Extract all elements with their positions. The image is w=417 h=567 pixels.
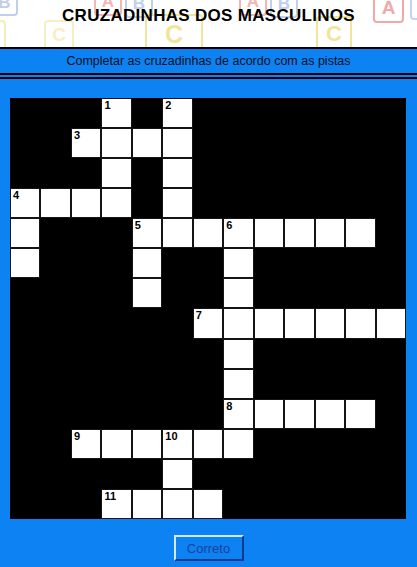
blocked-cell (254, 459, 284, 489)
blocked-cell (71, 248, 101, 278)
blocked-cell (40, 339, 70, 369)
clue-number: 9 (74, 430, 80, 443)
blocked-cell (345, 128, 375, 158)
blocked-cell (193, 339, 223, 369)
blocked-cell (284, 98, 314, 128)
blocked-cell (376, 248, 406, 278)
clue-number: 5 (135, 219, 141, 232)
blocked-cell (284, 369, 314, 399)
correto-button[interactable]: Correto (174, 535, 244, 561)
blocked-cell (315, 369, 345, 399)
blocked-cell (10, 429, 40, 459)
blocked-cell (132, 459, 162, 489)
blocked-cell (315, 98, 345, 128)
clue-number: 7 (196, 309, 202, 322)
blocked-cell (315, 429, 345, 459)
blocked-cell (40, 308, 70, 338)
blocked-cell (40, 158, 70, 188)
blocked-cell (284, 248, 314, 278)
blocked-cell (254, 128, 284, 158)
blocked-cell (254, 339, 284, 369)
crossword-cell[interactable] (193, 429, 223, 459)
blocked-cell (376, 459, 406, 489)
crossword-cell[interactable]: 10 (162, 429, 192, 459)
crossword-cell[interactable] (254, 218, 284, 248)
blocked-cell (71, 399, 101, 429)
blocked-cell (376, 218, 406, 248)
blocked-cell (101, 278, 131, 308)
crossword-cell[interactable] (376, 308, 406, 338)
crossword-cell[interactable] (315, 308, 345, 338)
blocked-cell (71, 98, 101, 128)
crossword-cell[interactable] (71, 188, 101, 218)
crossword-cell[interactable] (223, 369, 253, 399)
blocked-cell (284, 339, 314, 369)
page-title: CRUZADINHAS DOS MASCULINOS (0, 0, 417, 26)
blocked-cell (101, 218, 131, 248)
blocked-cell (71, 339, 101, 369)
blocked-cell (162, 308, 192, 338)
blocked-cell (40, 218, 70, 248)
clue-number: 11 (104, 490, 116, 503)
crossword-cell[interactable] (223, 308, 253, 338)
blocked-cell (315, 248, 345, 278)
crossword-cell[interactable] (254, 399, 284, 429)
crossword-cell[interactable] (162, 128, 192, 158)
blocked-cell (345, 429, 375, 459)
blocked-cell (40, 369, 70, 399)
crossword-cell[interactable] (101, 429, 131, 459)
blocked-cell (254, 429, 284, 459)
crossword-cell[interactable]: 4 (10, 188, 40, 218)
crossword-cell[interactable]: 3 (71, 128, 101, 158)
crossword-cell[interactable] (162, 489, 192, 519)
blocked-cell (132, 98, 162, 128)
blocked-cell (71, 308, 101, 338)
header: BCABCCABCAB CRUZADINHAS DOS MASCULINOS (0, 0, 417, 47)
clue-number: 4 (13, 189, 19, 202)
crossword-cell[interactable] (345, 308, 375, 338)
blocked-cell (376, 369, 406, 399)
blocked-cell (284, 429, 314, 459)
blocked-cell (254, 489, 284, 519)
crossword-cell[interactable] (132, 278, 162, 308)
crossword-cell[interactable] (101, 188, 131, 218)
crossword-cell[interactable] (101, 128, 131, 158)
blocked-cell (162, 369, 192, 399)
page: { "title": "CRUZADINHAS DOS MASCULINOS",… (0, 0, 417, 567)
blocked-cell (101, 248, 131, 278)
blocked-cell (284, 128, 314, 158)
blocked-cell (40, 278, 70, 308)
blocked-cell (376, 399, 406, 429)
blocked-cell (193, 399, 223, 429)
blocked-cell (193, 98, 223, 128)
blocked-cell (345, 188, 375, 218)
blocked-cell (345, 98, 375, 128)
crossword-cell[interactable]: 6 (223, 218, 253, 248)
blocked-cell (315, 278, 345, 308)
clue-number: 6 (226, 219, 232, 232)
crossword-cell[interactable]: 11 (101, 489, 131, 519)
blocked-cell (376, 128, 406, 158)
blocked-cell (132, 339, 162, 369)
crossword-cell[interactable] (40, 188, 70, 218)
blocked-cell (193, 158, 223, 188)
blocked-cell (345, 158, 375, 188)
blocked-cell (162, 278, 192, 308)
blocked-cell (223, 158, 253, 188)
blocked-cell (284, 459, 314, 489)
crossword-cell[interactable] (284, 399, 314, 429)
crossword-cell[interactable] (193, 218, 223, 248)
instruction-text: Completar as cruzadinhas de acordo com a… (66, 54, 350, 68)
blocked-cell (376, 188, 406, 218)
blocked-cell (254, 369, 284, 399)
blocked-cell (132, 188, 162, 218)
blocked-cell (162, 248, 192, 278)
blocked-cell (40, 429, 70, 459)
crossword-cell[interactable] (162, 188, 192, 218)
crossword-cell[interactable] (223, 339, 253, 369)
blocked-cell (10, 158, 40, 188)
crossword-cell[interactable] (162, 158, 192, 188)
divider-bottom-1 (0, 73, 417, 75)
blocked-cell (132, 369, 162, 399)
blocked-cell (315, 128, 345, 158)
blocked-cell (193, 188, 223, 218)
crossword-cell[interactable] (315, 218, 345, 248)
crossword-cell[interactable] (284, 218, 314, 248)
blocked-cell (376, 339, 406, 369)
blocked-cell (132, 158, 162, 188)
blocked-cell (193, 248, 223, 278)
blocked-cell (132, 399, 162, 429)
crossword-cell[interactable] (101, 158, 131, 188)
blocked-cell (71, 489, 101, 519)
blocked-cell (132, 308, 162, 338)
blocked-cell (10, 128, 40, 158)
blocked-cell (162, 339, 192, 369)
blocked-cell (284, 188, 314, 218)
blocked-cell (40, 489, 70, 519)
blocked-cell (223, 489, 253, 519)
blocked-cell (101, 459, 131, 489)
blocked-cell (101, 308, 131, 338)
crossword-cell[interactable] (10, 248, 40, 278)
blocked-cell (71, 218, 101, 248)
blocked-cell (40, 399, 70, 429)
crossword-cell[interactable] (132, 128, 162, 158)
blocked-cell (10, 459, 40, 489)
blocked-cell (345, 489, 375, 519)
blocked-cell (315, 188, 345, 218)
crossword-cell[interactable]: 2 (162, 98, 192, 128)
blocked-cell (315, 489, 345, 519)
crossword-cell[interactable]: 1 (101, 98, 131, 128)
blocked-cell (10, 278, 40, 308)
crossword-cell[interactable] (223, 429, 253, 459)
clue-number: 2 (165, 99, 171, 112)
blocked-cell (71, 158, 101, 188)
blocked-cell (345, 369, 375, 399)
crossword-cell[interactable] (132, 489, 162, 519)
crossword-cell[interactable] (223, 278, 253, 308)
blocked-cell (193, 128, 223, 158)
blocked-cell (376, 278, 406, 308)
blocked-cell (223, 188, 253, 218)
blocked-cell (10, 399, 40, 429)
blocked-cell (254, 98, 284, 128)
blocked-cell (345, 278, 375, 308)
blocked-cell (10, 98, 40, 128)
blocked-cell (376, 489, 406, 519)
blocked-cell (71, 369, 101, 399)
blocked-cell (193, 369, 223, 399)
blocked-cell (376, 158, 406, 188)
blocked-cell (345, 459, 375, 489)
crossword-cell[interactable]: 7 (193, 308, 223, 338)
crossword-cell[interactable] (254, 308, 284, 338)
crossword-cell[interactable] (345, 399, 375, 429)
blocked-cell (223, 459, 253, 489)
clue-number: 3 (74, 129, 80, 142)
crossword-cell[interactable]: 9 (71, 429, 101, 459)
crossword-cell[interactable]: 5 (132, 218, 162, 248)
crossword-cell[interactable] (345, 218, 375, 248)
crossword-cell[interactable] (315, 399, 345, 429)
blocked-cell (101, 339, 131, 369)
blocked-cell (254, 158, 284, 188)
blocked-cell (254, 188, 284, 218)
blocked-cell (101, 369, 131, 399)
blocked-cell (193, 459, 223, 489)
blocked-cell (376, 98, 406, 128)
crossword-cell[interactable] (162, 459, 192, 489)
blocked-cell (10, 369, 40, 399)
blocked-cell (40, 98, 70, 128)
blocked-cell (10, 339, 40, 369)
blocked-cell (315, 158, 345, 188)
blocked-cell (315, 339, 345, 369)
crossword-cell[interactable] (284, 308, 314, 338)
blocked-cell (193, 278, 223, 308)
crossword-cell[interactable] (223, 248, 253, 278)
blocked-cell (40, 248, 70, 278)
blocked-cell (223, 98, 253, 128)
crossword-board: 1234567891011 (10, 98, 406, 519)
blocked-cell (71, 459, 101, 489)
crossword-cell[interactable] (132, 429, 162, 459)
blocked-cell (71, 278, 101, 308)
blocked-cell (10, 308, 40, 338)
blocked-cell (162, 399, 192, 429)
blocked-cell (315, 459, 345, 489)
blocked-cell (101, 399, 131, 429)
instruction-bar: Completar as cruzadinhas de acordo com a… (0, 49, 417, 73)
divider-bottom-2 (0, 77, 417, 79)
blocked-cell (40, 459, 70, 489)
crossword-cell[interactable] (162, 218, 192, 248)
crossword-cell[interactable] (10, 218, 40, 248)
blocked-cell (10, 489, 40, 519)
blocked-cell (345, 248, 375, 278)
blocked-cell (284, 278, 314, 308)
blocked-cell (223, 128, 253, 158)
blocked-cell (284, 158, 314, 188)
clue-number: 1 (104, 99, 110, 112)
blocked-cell (40, 128, 70, 158)
clue-number: 8 (226, 400, 232, 413)
blocked-cell (284, 489, 314, 519)
clue-number: 10 (165, 430, 177, 443)
blocked-cell (345, 339, 375, 369)
crossword-cell[interactable] (193, 489, 223, 519)
blocked-cell (254, 248, 284, 278)
crossword-cell[interactable] (132, 248, 162, 278)
crossword-cell[interactable]: 8 (223, 399, 253, 429)
blocked-cell (254, 278, 284, 308)
blocked-cell (376, 429, 406, 459)
